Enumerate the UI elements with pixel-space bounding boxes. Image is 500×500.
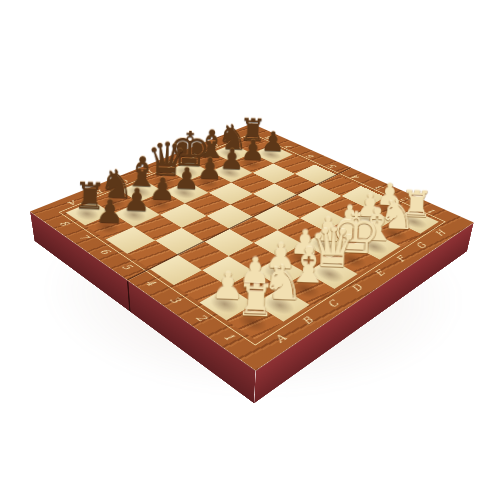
file-label-far-B: B (92, 188, 106, 195)
chess-box: ♜♟♟♜♞♟♟♞♝♟♟♝♚♟♟♚♛♟♟♛♝♟♟♝♞♟♟♞♜♟♟♜ 8877665… (30, 123, 474, 370)
perspective-container: ♜♟♟♜♞♟♟♞♝♟♟♝♚♟♟♚♛♟♟♛♝♟♟♝♞♟♟♞♜♟♟♜ 8877665… (0, 0, 500, 500)
square-h1: ♜ (393, 209, 439, 234)
rank-label-near-1: 1 (220, 331, 238, 343)
file-label-near-F: F (393, 254, 410, 263)
black-knight-b8: ♞ (99, 163, 136, 203)
file-label-far-F: F (187, 150, 200, 156)
rank-label-far-7: 7 (283, 144, 295, 149)
rank-label-far-5: 5 (326, 163, 339, 169)
file-label-near-C: C (324, 298, 342, 309)
file-label-near-A: A (271, 332, 290, 345)
black-rook-a8: ♜ (73, 177, 107, 214)
file-label-near-B: B (299, 314, 318, 326)
rank-label-near-2: 2 (193, 312, 211, 323)
rank-label-near-4: 4 (142, 278, 159, 288)
rank-label-far-2: 2 (399, 196, 412, 203)
file-label-near-G: G (413, 241, 430, 250)
square-b7: ♟ (113, 202, 160, 226)
rank-label-far-1: 1 (425, 207, 438, 214)
photo-background: ♜♟♟♜♞♟♟♞♝♟♟♝♚♟♟♚♛♟♟♛♝♟♟♝♞♟♟♞♜♟♟♜ 8877665… (0, 0, 500, 500)
white-rook-h1: ♜ (400, 186, 433, 223)
board-face: ♜♟♟♜♞♟♟♞♝♟♟♝♚♟♟♚♛♟♟♛♝♟♟♝♞♟♟♞♜♟♟♜ 8877665… (30, 123, 474, 370)
file-label-far-H: H (228, 133, 242, 139)
file-label-far-C: C (117, 178, 131, 185)
rank-label-near-5: 5 (119, 262, 136, 271)
file-label-near-D: D (348, 282, 366, 293)
rank-label-near-7: 7 (76, 233, 92, 241)
rank-label-near-8: 8 (57, 220, 73, 228)
file-label-near-H: H (432, 228, 449, 237)
rank-label-near-6: 6 (97, 247, 113, 256)
file-label-far-G: G (208, 142, 221, 148)
file-label-far-E: E (165, 159, 178, 165)
black-rook-h8: ♜ (238, 114, 267, 146)
scene: ♜♟♟♜♞♟♟♞♝♟♟♝♚♟♟♚♛♟♟♛♝♟♟♝♞♟♟♞♜♟♟♜ 8877665… (0, 0, 500, 500)
rank-label-far-4: 4 (349, 174, 362, 180)
fold-seam-side (127, 281, 131, 312)
file-label-near-E: E (371, 268, 388, 278)
rank-label-far-8: 8 (263, 135, 275, 140)
black-bishop-c8: ♝ (124, 151, 161, 192)
rank-label-near-3: 3 (167, 295, 184, 305)
rank-label-far-6: 6 (304, 153, 316, 159)
file-label-far-A: A (65, 198, 79, 206)
square-c5 (182, 216, 230, 242)
rank-label-far-3: 3 (374, 184, 387, 191)
file-label-far-D: D (142, 168, 156, 175)
